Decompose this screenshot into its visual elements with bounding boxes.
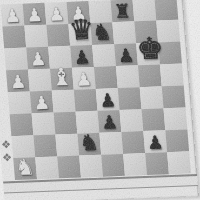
square[interactable] bbox=[121, 131, 145, 154]
square[interactable] bbox=[116, 65, 140, 88]
square[interactable] bbox=[74, 89, 98, 112]
square[interactable]: ♟ bbox=[70, 45, 94, 68]
square[interactable] bbox=[52, 90, 76, 113]
black-knight[interactable]: ♞ bbox=[90, 21, 114, 44]
white-pawn[interactable]: ♟ bbox=[45, 5, 68, 24]
frame-ornaments: ❖ ❖ bbox=[0, 139, 14, 163]
square[interactable] bbox=[28, 69, 52, 92]
diamond-ornament-icon: ❖ bbox=[2, 152, 13, 163]
square[interactable] bbox=[120, 109, 144, 132]
square[interactable] bbox=[140, 86, 164, 109]
square[interactable] bbox=[164, 107, 188, 130]
square[interactable] bbox=[142, 108, 166, 131]
square[interactable] bbox=[101, 154, 125, 177]
square[interactable] bbox=[162, 86, 186, 109]
white-pawn[interactable]: ♟ bbox=[72, 70, 95, 89]
white-pawn[interactable]: ♟ bbox=[30, 94, 53, 113]
black-pawn[interactable]: ♟ bbox=[114, 46, 137, 65]
black-knight[interactable]: ♞ bbox=[77, 132, 101, 155]
square[interactable] bbox=[33, 134, 57, 157]
white-bishop[interactable]: ♝ bbox=[50, 65, 74, 90]
square[interactable] bbox=[2, 26, 26, 49]
square[interactable]: ♟ bbox=[98, 110, 122, 133]
square[interactable] bbox=[94, 66, 118, 89]
black-rook[interactable]: ♜ bbox=[111, 1, 135, 21]
square[interactable]: ♟ bbox=[96, 88, 120, 111]
square[interactable]: ♛ bbox=[68, 23, 92, 46]
black-pawn[interactable]: ♟ bbox=[144, 133, 167, 152]
photo-scene: ♟♟♟♟♜♛♞♟♟♟♚♟♝♟♟♟♟♞♟♞ ❖ ❖ bbox=[0, 0, 200, 200]
diamond-ornament-icon: ❖ bbox=[1, 139, 12, 150]
square[interactable]: ♞ bbox=[90, 22, 114, 45]
square[interactable] bbox=[118, 87, 142, 110]
square[interactable] bbox=[32, 113, 56, 136]
square[interactable] bbox=[167, 151, 191, 174]
square[interactable] bbox=[79, 155, 103, 178]
black-pawn[interactable]: ♟ bbox=[98, 113, 121, 132]
square[interactable]: ♝ bbox=[50, 68, 74, 91]
chess-board: ♟♟♟♟♜♛♞♟♟♟♚♟♝♟♟♟♟♞♟♞ bbox=[1, 0, 191, 180]
white-pawn[interactable]: ♟ bbox=[23, 6, 46, 25]
square[interactable]: ♟ bbox=[1, 4, 25, 27]
square[interactable] bbox=[165, 129, 189, 152]
square[interactable]: ♟ bbox=[6, 69, 30, 92]
square[interactable]: ♟ bbox=[30, 91, 54, 114]
square[interactable] bbox=[145, 152, 169, 175]
white-pawn[interactable]: ♟ bbox=[26, 50, 49, 69]
square[interactable]: ♟ bbox=[26, 47, 50, 70]
square[interactable]: ♚ bbox=[136, 42, 160, 65]
square[interactable]: ♞ bbox=[77, 133, 101, 156]
square[interactable] bbox=[112, 21, 136, 44]
square[interactable] bbox=[4, 48, 28, 71]
square[interactable] bbox=[57, 156, 81, 179]
square[interactable] bbox=[123, 153, 147, 176]
square[interactable]: ♟ bbox=[72, 67, 96, 90]
black-king[interactable]: ♚ bbox=[135, 33, 159, 64]
square[interactable]: ♟ bbox=[143, 130, 167, 153]
square[interactable] bbox=[24, 25, 48, 48]
square[interactable]: ♟ bbox=[23, 3, 47, 26]
square[interactable] bbox=[154, 0, 178, 21]
square[interactable]: ♟ bbox=[114, 43, 138, 66]
square[interactable] bbox=[54, 112, 78, 135]
square[interactable] bbox=[99, 132, 123, 155]
square[interactable] bbox=[8, 91, 32, 114]
square[interactable]: ♜ bbox=[111, 0, 135, 22]
square[interactable] bbox=[55, 134, 79, 157]
square[interactable] bbox=[160, 64, 184, 87]
board-frame: ♟♟♟♟♜♛♞♟♟♟♚♟♝♟♟♟♟♞♟♞ ❖ ❖ bbox=[0, 0, 199, 200]
square[interactable]: ♟ bbox=[45, 2, 69, 25]
square[interactable] bbox=[46, 24, 70, 47]
square[interactable] bbox=[138, 64, 162, 87]
square[interactable] bbox=[92, 44, 116, 67]
black-pawn[interactable]: ♟ bbox=[70, 48, 93, 67]
square[interactable]: ♞ bbox=[13, 157, 37, 180]
square[interactable] bbox=[35, 156, 59, 179]
white-pawn[interactable]: ♟ bbox=[1, 7, 24, 26]
white-knight[interactable]: ♞ bbox=[13, 156, 37, 179]
black-queen[interactable]: ♛ bbox=[68, 16, 92, 45]
white-pawn[interactable]: ♟ bbox=[6, 72, 29, 91]
chessboard-photo: ♟♟♟♟♜♛♞♟♟♟♚♟♝♟♟♟♟♞♟♞ ❖ ❖ bbox=[0, 0, 200, 200]
black-pawn[interactable]: ♟ bbox=[96, 91, 119, 110]
square[interactable] bbox=[133, 0, 157, 21]
square[interactable] bbox=[10, 113, 34, 136]
